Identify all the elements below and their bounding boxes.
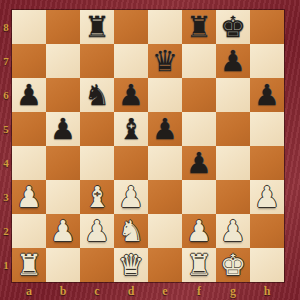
rank-label-4: 4 xyxy=(0,146,12,180)
square-h2[interactable] xyxy=(250,214,284,248)
piece-black-knight-c6[interactable]: ♞ xyxy=(80,78,114,112)
square-f6[interactable] xyxy=(182,78,216,112)
square-c8[interactable]: ♜ xyxy=(80,10,114,44)
square-b7[interactable] xyxy=(46,44,80,78)
piece-white-king-g1[interactable]: ♚ xyxy=(216,248,250,282)
square-f5[interactable] xyxy=(182,112,216,146)
square-f1[interactable]: ♜ xyxy=(182,248,216,282)
board-frame: 87654321 ♜♜♚♛♟♟♞♟♟♟♝♟♟♟♝♟♟♟♟♞♟♟♜♛♜♚ abcd… xyxy=(0,0,300,300)
square-e7[interactable]: ♛ xyxy=(148,44,182,78)
piece-white-pawn-h3[interactable]: ♟ xyxy=(250,180,284,214)
piece-black-king-g8[interactable]: ♚ xyxy=(216,10,250,44)
square-h7[interactable] xyxy=(250,44,284,78)
rank-labels: 87654321 xyxy=(0,10,12,282)
square-g4[interactable] xyxy=(216,146,250,180)
piece-white-pawn-b2[interactable]: ♟ xyxy=(46,214,80,248)
square-h1[interactable] xyxy=(250,248,284,282)
file-label-c: c xyxy=(80,282,114,300)
piece-white-queen-d1[interactable]: ♛ xyxy=(114,248,148,282)
square-g1[interactable]: ♚ xyxy=(216,248,250,282)
square-g2[interactable]: ♟ xyxy=(216,214,250,248)
square-g8[interactable]: ♚ xyxy=(216,10,250,44)
rank-label-2: 2 xyxy=(0,214,12,248)
rank-label-1: 1 xyxy=(0,248,12,282)
square-b3[interactable] xyxy=(46,180,80,214)
square-e4[interactable] xyxy=(148,146,182,180)
square-d3[interactable]: ♟ xyxy=(114,180,148,214)
piece-black-rook-c8[interactable]: ♜ xyxy=(80,10,114,44)
rank-label-8: 8 xyxy=(0,10,12,44)
square-c6[interactable]: ♞ xyxy=(80,78,114,112)
piece-white-pawn-g2[interactable]: ♟ xyxy=(216,214,250,248)
file-label-d: d xyxy=(114,282,148,300)
piece-white-pawn-c2[interactable]: ♟ xyxy=(80,214,114,248)
square-a2[interactable] xyxy=(12,214,46,248)
square-e5[interactable]: ♟ xyxy=(148,112,182,146)
file-label-e: e xyxy=(148,282,182,300)
square-d5[interactable]: ♝ xyxy=(114,112,148,146)
square-c5[interactable] xyxy=(80,112,114,146)
square-b2[interactable]: ♟ xyxy=(46,214,80,248)
piece-black-bishop-d5[interactable]: ♝ xyxy=(114,112,148,146)
piece-white-pawn-d3[interactable]: ♟ xyxy=(114,180,148,214)
square-g7[interactable]: ♟ xyxy=(216,44,250,78)
square-e8[interactable] xyxy=(148,10,182,44)
piece-white-bishop-c3[interactable]: ♝ xyxy=(80,180,114,214)
square-a3[interactable]: ♟ xyxy=(12,180,46,214)
square-c7[interactable] xyxy=(80,44,114,78)
piece-black-pawn-h6[interactable]: ♟ xyxy=(250,78,284,112)
square-e6[interactable] xyxy=(148,78,182,112)
piece-black-pawn-a6[interactable]: ♟ xyxy=(12,78,46,112)
square-b1[interactable] xyxy=(46,248,80,282)
file-label-b: b xyxy=(46,282,80,300)
file-label-f: f xyxy=(182,282,216,300)
square-d4[interactable] xyxy=(114,146,148,180)
square-d6[interactable]: ♟ xyxy=(114,78,148,112)
piece-black-rook-f8[interactable]: ♜ xyxy=(182,10,216,44)
file-label-h: h xyxy=(250,282,284,300)
piece-white-pawn-f2[interactable]: ♟ xyxy=(182,214,216,248)
piece-black-pawn-d6[interactable]: ♟ xyxy=(114,78,148,112)
square-h5[interactable] xyxy=(250,112,284,146)
square-d1[interactable]: ♛ xyxy=(114,248,148,282)
square-f7[interactable] xyxy=(182,44,216,78)
square-g3[interactable] xyxy=(216,180,250,214)
square-g6[interactable] xyxy=(216,78,250,112)
square-h6[interactable]: ♟ xyxy=(250,78,284,112)
square-h3[interactable]: ♟ xyxy=(250,180,284,214)
square-e1[interactable] xyxy=(148,248,182,282)
square-c3[interactable]: ♝ xyxy=(80,180,114,214)
rank-label-6: 6 xyxy=(0,78,12,112)
square-a8[interactable] xyxy=(12,10,46,44)
square-a7[interactable] xyxy=(12,44,46,78)
square-d7[interactable] xyxy=(114,44,148,78)
file-labels: abcdefgh xyxy=(12,282,284,300)
square-a4[interactable] xyxy=(12,146,46,180)
square-b8[interactable] xyxy=(46,10,80,44)
piece-white-rook-a1[interactable]: ♜ xyxy=(12,248,46,282)
piece-black-pawn-g7[interactable]: ♟ xyxy=(216,44,250,78)
rank-label-5: 5 xyxy=(0,112,12,146)
rank-label-3: 3 xyxy=(0,180,12,214)
piece-black-pawn-b5[interactable]: ♟ xyxy=(46,112,80,146)
square-c2[interactable]: ♟ xyxy=(80,214,114,248)
square-g5[interactable] xyxy=(216,112,250,146)
square-d2[interactable]: ♞ xyxy=(114,214,148,248)
chess-board: ♜♜♚♛♟♟♞♟♟♟♝♟♟♟♝♟♟♟♟♞♟♟♜♛♜♚ xyxy=(12,10,284,282)
piece-black-pawn-e5[interactable]: ♟ xyxy=(148,112,182,146)
piece-white-pawn-a3[interactable]: ♟ xyxy=(12,180,46,214)
square-e2[interactable] xyxy=(148,214,182,248)
square-a1[interactable]: ♜ xyxy=(12,248,46,282)
square-c4[interactable] xyxy=(80,146,114,180)
file-label-g: g xyxy=(216,282,250,300)
square-f2[interactable]: ♟ xyxy=(182,214,216,248)
square-f4[interactable]: ♟ xyxy=(182,146,216,180)
rank-label-7: 7 xyxy=(0,44,12,78)
square-c1[interactable] xyxy=(80,248,114,282)
square-a6[interactable]: ♟ xyxy=(12,78,46,112)
square-f8[interactable]: ♜ xyxy=(182,10,216,44)
square-b6[interactable] xyxy=(46,78,80,112)
square-h4[interactable] xyxy=(250,146,284,180)
square-a5[interactable] xyxy=(12,112,46,146)
piece-black-pawn-f4[interactable]: ♟ xyxy=(182,146,216,180)
square-d8[interactable] xyxy=(114,10,148,44)
piece-white-rook-f1[interactable]: ♜ xyxy=(182,248,216,282)
square-e3[interactable] xyxy=(148,180,182,214)
piece-black-queen-e7[interactable]: ♛ xyxy=(148,44,182,78)
square-b5[interactable]: ♟ xyxy=(46,112,80,146)
piece-white-knight-d2[interactable]: ♞ xyxy=(114,214,148,248)
file-label-a: a xyxy=(12,282,46,300)
square-h8[interactable] xyxy=(250,10,284,44)
square-f3[interactable] xyxy=(182,180,216,214)
square-b4[interactable] xyxy=(46,146,80,180)
